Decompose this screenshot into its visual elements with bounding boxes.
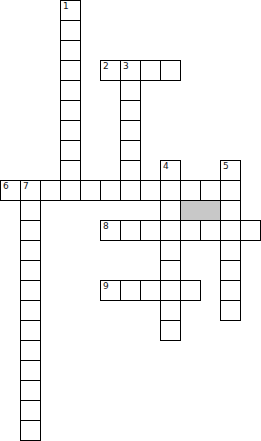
crossword-cell[interactable] xyxy=(140,60,161,81)
crossword-cell[interactable] xyxy=(120,100,141,121)
crossword-cell[interactable] xyxy=(160,280,181,301)
crossword-board: 123456789 xyxy=(0,0,261,441)
crossword-cell[interactable] xyxy=(180,180,201,201)
clue-number: 5 xyxy=(223,162,229,171)
crossword-cell[interactable] xyxy=(120,120,141,141)
crossword-cell[interactable] xyxy=(120,220,141,241)
crossword-cell[interactable] xyxy=(60,60,81,81)
crossword-cell[interactable]: 5 xyxy=(220,160,241,181)
crossword-cell[interactable] xyxy=(180,280,201,301)
clue-number: 6 xyxy=(3,182,9,191)
crossword-cell[interactable]: 9 xyxy=(100,280,121,301)
crossword-cell[interactable] xyxy=(160,320,181,341)
crossword-cell[interactable] xyxy=(160,220,181,241)
crossword-cell[interactable] xyxy=(160,260,181,281)
crossword-cell[interactable] xyxy=(160,240,181,261)
crossword-cell[interactable] xyxy=(220,300,241,321)
crossword-cell[interactable] xyxy=(20,260,41,281)
crossword-cell[interactable] xyxy=(200,180,221,201)
crossword-cell[interactable] xyxy=(80,180,101,201)
crossword-cell[interactable] xyxy=(160,180,181,201)
crossword-cell[interactable] xyxy=(220,180,241,201)
crossword-cell[interactable] xyxy=(20,420,41,441)
crossword-cell[interactable] xyxy=(220,280,241,301)
crossword-cell[interactable]: 2 xyxy=(100,60,121,81)
crossword-cell[interactable] xyxy=(120,80,141,101)
crossword-cell[interactable] xyxy=(140,280,161,301)
crossword-cell[interactable] xyxy=(60,180,81,201)
crossword-cell[interactable]: 7 xyxy=(20,180,41,201)
crossword-cell[interactable] xyxy=(20,300,41,321)
crossword-cell[interactable] xyxy=(240,220,261,241)
crossword-cell[interactable] xyxy=(20,380,41,401)
clue-number: 1 xyxy=(63,2,69,11)
crossword-cell[interactable] xyxy=(100,180,121,201)
clue-number: 8 xyxy=(103,222,109,231)
crossword-cell[interactable] xyxy=(60,160,81,181)
crossword-cell[interactable] xyxy=(220,200,241,221)
crossword-cell[interactable] xyxy=(40,180,61,201)
crossword-cell[interactable] xyxy=(220,260,241,281)
crossword-cell[interactable] xyxy=(20,240,41,261)
crossword-cell[interactable] xyxy=(220,240,241,261)
clue-number: 9 xyxy=(103,282,109,291)
crossword-cell[interactable] xyxy=(160,200,181,221)
clue-number: 2 xyxy=(103,62,109,71)
crossword-cell[interactable] xyxy=(220,220,241,241)
crossword-cell[interactable] xyxy=(60,100,81,121)
crossword-cell[interactable]: 4 xyxy=(160,160,181,181)
crossword-cell[interactable] xyxy=(200,220,221,241)
crossword-cell[interactable] xyxy=(120,280,141,301)
crossword-cell[interactable] xyxy=(60,20,81,41)
crossword-cell[interactable] xyxy=(120,180,141,201)
crossword-cell[interactable] xyxy=(20,320,41,341)
crossword-cell[interactable] xyxy=(140,180,161,201)
crossword-cell[interactable] xyxy=(60,140,81,161)
crossword-cell[interactable] xyxy=(20,280,41,301)
clue-number: 7 xyxy=(23,182,29,191)
crossword-cell[interactable]: 6 xyxy=(0,180,21,201)
crossword-cell[interactable] xyxy=(60,80,81,101)
crossword-cell[interactable] xyxy=(20,200,41,221)
clue-number: 3 xyxy=(123,62,129,71)
crossword-cell[interactable] xyxy=(180,220,201,241)
crossword-cell[interactable] xyxy=(120,140,141,161)
crossword-cell[interactable] xyxy=(20,340,41,361)
crossword-cell[interactable] xyxy=(60,40,81,61)
crossword-cell[interactable]: 3 xyxy=(120,60,141,81)
crossword-cell[interactable]: 8 xyxy=(100,220,121,241)
crossword-cell[interactable] xyxy=(140,220,161,241)
crossword-cell[interactable]: 1 xyxy=(60,0,81,21)
crossword-cell[interactable] xyxy=(120,160,141,181)
crossword-cell[interactable] xyxy=(20,220,41,241)
crossword-cell[interactable] xyxy=(160,300,181,321)
clue-number: 4 xyxy=(163,162,169,171)
crossword-cell[interactable] xyxy=(60,120,81,141)
crossword-shaded-cell xyxy=(180,200,221,221)
crossword-cell[interactable] xyxy=(20,360,41,381)
crossword-cell[interactable] xyxy=(20,400,41,421)
crossword-cell[interactable] xyxy=(160,60,181,81)
